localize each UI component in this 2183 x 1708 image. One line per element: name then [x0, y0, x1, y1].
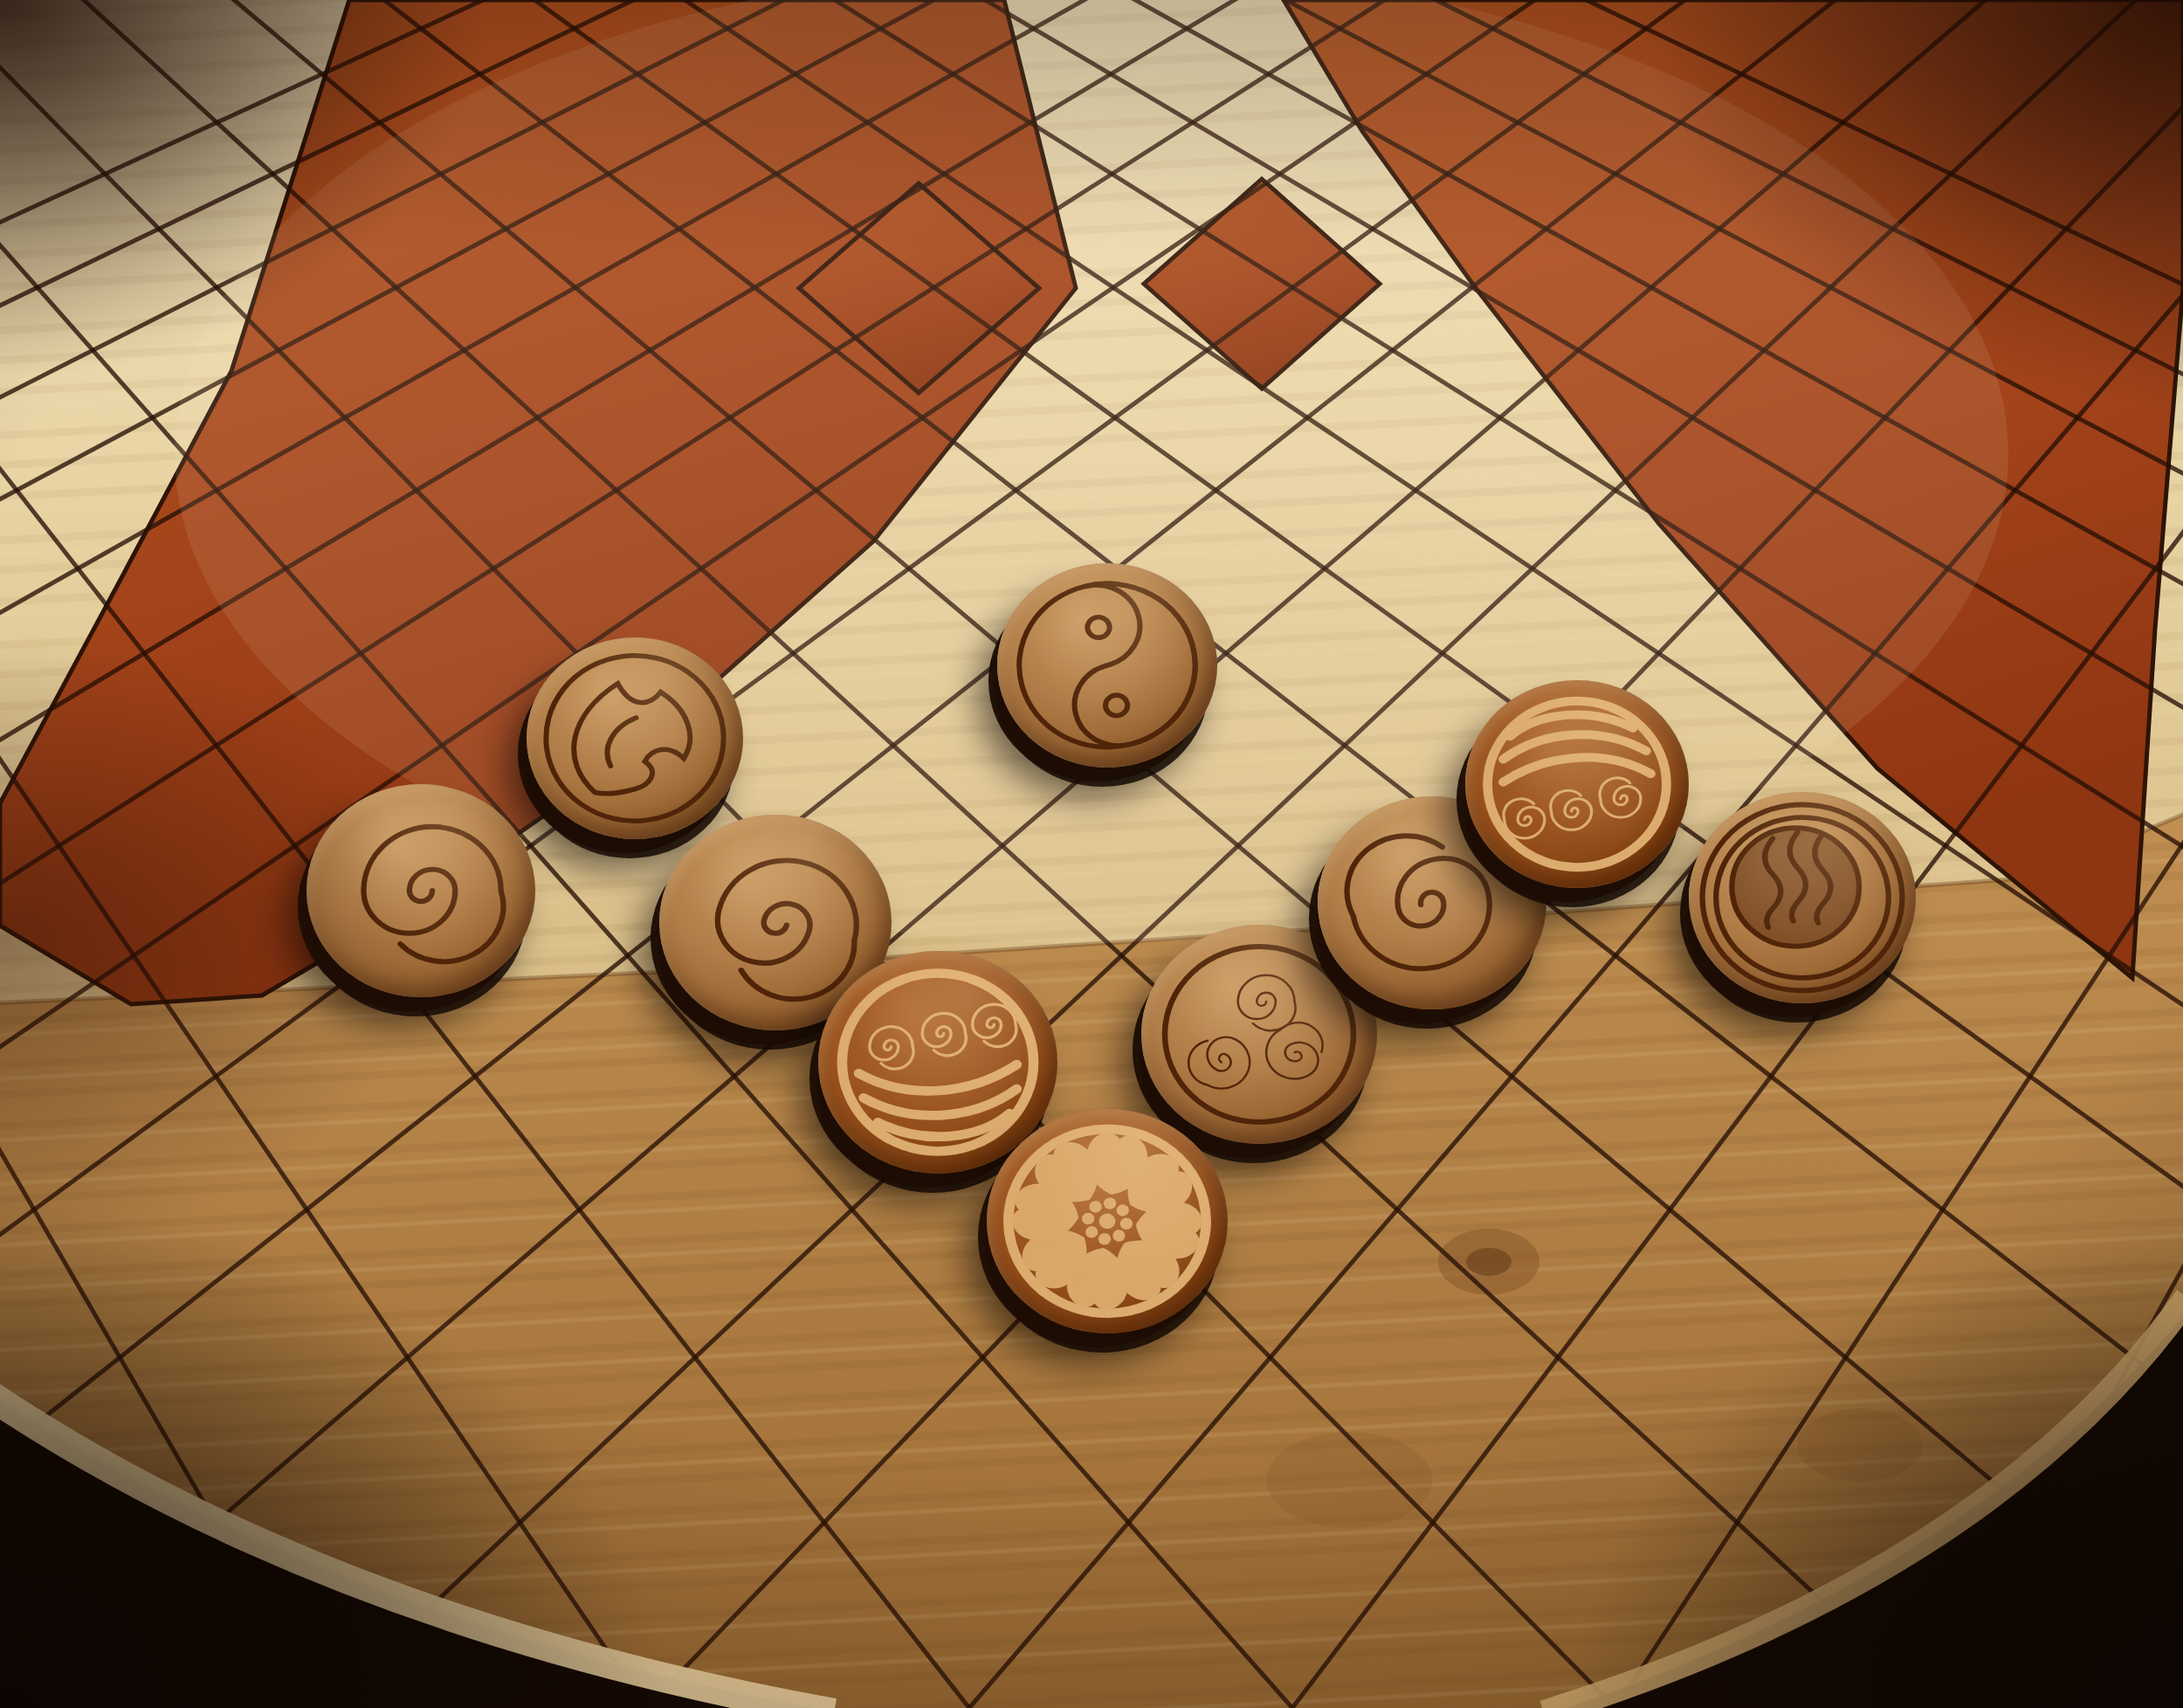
- tile-yin-yang[interactable]: [997, 563, 1217, 768]
- fire-icon: [527, 637, 743, 839]
- tile-earth[interactable]: [1689, 792, 1916, 1003]
- tile-water-b[interactable]: [1465, 680, 1689, 888]
- white-lotus-icon: [987, 1109, 1228, 1333]
- tile-white-lotus[interactable]: [987, 1109, 1228, 1333]
- water-b-icon: [1465, 680, 1689, 888]
- tiles-layer: [0, 0, 2183, 1708]
- tile-fire[interactable]: [527, 637, 743, 839]
- pai-sho-scene: [0, 0, 2183, 1708]
- yin-yang-icon: [997, 563, 1217, 768]
- spiral-a-icon: [306, 784, 535, 997]
- earth-icon: [1689, 792, 1916, 1003]
- tile-spiral-a[interactable]: [306, 784, 535, 997]
